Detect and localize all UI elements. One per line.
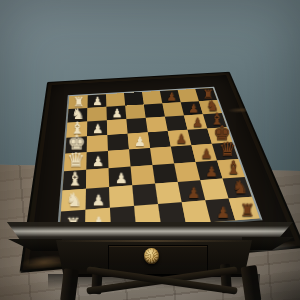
square-b8: ♞ bbox=[223, 177, 252, 199]
square-h4 bbox=[124, 92, 144, 106]
white-pawn: ♟ bbox=[91, 193, 104, 208]
white-pawn: ♟ bbox=[134, 135, 146, 148]
white-pawn: ♟ bbox=[91, 155, 103, 169]
white-knight: ♞ bbox=[65, 191, 82, 209]
square-g2 bbox=[87, 107, 107, 122]
square-c6 bbox=[174, 162, 200, 182]
square-h3 bbox=[106, 93, 125, 107]
square-d3 bbox=[108, 149, 131, 168]
black-pawn: ♟ bbox=[200, 147, 212, 160]
black-pawn: ♟ bbox=[205, 165, 218, 179]
square-a8: ♜ bbox=[229, 197, 260, 221]
white-pawn: ♟ bbox=[111, 107, 122, 119]
square-g3: ♟ bbox=[106, 106, 126, 121]
square-d4 bbox=[129, 148, 152, 167]
black-pawn: ♟ bbox=[166, 91, 176, 102]
black-knight: ♞ bbox=[231, 179, 247, 197]
white-bishop: ♝ bbox=[66, 170, 83, 189]
square-b2: ♟ bbox=[86, 187, 110, 210]
white-pawn: ♟ bbox=[92, 95, 102, 107]
square-c3: ♟ bbox=[109, 167, 133, 187]
square-e6: ♟ bbox=[168, 130, 192, 147]
black-pawn: ♟ bbox=[188, 103, 199, 115]
square-f4 bbox=[126, 118, 147, 134]
square-g4 bbox=[125, 104, 146, 119]
black-rook: ♜ bbox=[239, 202, 254, 218]
square-c7: ♟ bbox=[196, 160, 223, 180]
black-pawn: ♟ bbox=[175, 132, 187, 145]
square-d2: ♟ bbox=[86, 151, 108, 170]
black-pawn: ♟ bbox=[192, 116, 203, 128]
black-pawn: ♟ bbox=[216, 205, 230, 220]
white-pawn: ♟ bbox=[92, 123, 103, 136]
square-b1: ♞ bbox=[61, 189, 86, 212]
square-b3 bbox=[109, 185, 134, 207]
square-e3 bbox=[107, 134, 129, 151]
square-e2 bbox=[87, 135, 108, 152]
black-pawn: ♟ bbox=[186, 186, 199, 201]
square-c5 bbox=[152, 163, 177, 183]
square-f5 bbox=[146, 117, 168, 133]
square-f2: ♟ bbox=[87, 120, 107, 136]
chess-board-grid: ♜♟♟♜♞♟♟♞♝♟♟♝♚♟♟♚♛♟♟♛♝♟♟♝♞♟♟♞♜♟♟♜ bbox=[59, 88, 259, 235]
square-c4 bbox=[131, 165, 156, 185]
square-c1: ♝ bbox=[63, 170, 87, 191]
black-bishop: ♝ bbox=[225, 159, 241, 177]
white-pawn: ♟ bbox=[114, 171, 127, 185]
brass-drawer-knob bbox=[144, 248, 159, 264]
square-b4 bbox=[132, 184, 158, 206]
square-h2: ♟ bbox=[88, 94, 107, 108]
square-f3 bbox=[107, 119, 128, 135]
photo-of-chess-games-table: ♜♟♟♜♞♟♟♞♝♟♟♝♚♟♟♚♛♟♟♛♝♟♟♝♞♟♟♞♜♟♟♜ bbox=[0, 0, 300, 300]
chess-board: ♜♟♟♜♞♟♟♞♝♟♟♝♚♟♟♚♛♟♟♛♝♟♟♝♞♟♟♞♜♟♟♜ bbox=[57, 87, 263, 238]
square-d5 bbox=[150, 147, 174, 165]
square-h5 bbox=[142, 91, 162, 104]
square-e4: ♟ bbox=[128, 132, 150, 149]
square-c2 bbox=[86, 168, 109, 189]
